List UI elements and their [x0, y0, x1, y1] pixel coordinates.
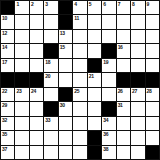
- white-cell-r10c1[interactable]: [15, 146, 28, 159]
- white-cell-r0c2[interactable]: 2: [30, 1, 43, 14]
- clue-number: 28: [147, 88, 152, 94]
- white-cell-r8c0[interactable]: 32: [1, 117, 14, 130]
- clue-number: 21: [89, 73, 94, 79]
- white-cell-r6c3[interactable]: [44, 88, 57, 101]
- white-cell-r3c10[interactable]: [146, 44, 159, 57]
- white-cell-r2c7[interactable]: [102, 30, 115, 43]
- black-cell-r5c9: [131, 73, 144, 86]
- white-cell-r9c7[interactable]: 36: [102, 131, 115, 144]
- white-cell-r2c2[interactable]: [30, 30, 43, 43]
- white-cell-r8c3[interactable]: 33: [44, 117, 57, 130]
- white-cell-r7c6[interactable]: [88, 102, 101, 115]
- clue-number: 2: [31, 1, 33, 7]
- clue-number: 27: [132, 88, 137, 94]
- clue-number: 8: [132, 1, 134, 7]
- clue-number: 18: [45, 59, 50, 65]
- black-cell-r9c6: [88, 131, 101, 144]
- white-cell-r2c1[interactable]: [15, 30, 28, 43]
- clue-number: 35: [2, 131, 7, 137]
- clue-number: 9: [147, 1, 149, 7]
- clue-number: 19: [103, 59, 108, 65]
- white-cell-r2c0[interactable]: 12: [1, 30, 14, 43]
- white-cell-r1c9[interactable]: [131, 15, 144, 28]
- white-cell-r2c3[interactable]: [44, 30, 57, 43]
- black-cell-r4c6: [88, 59, 101, 72]
- clue-number: 25: [74, 88, 79, 94]
- white-cell-r4c8[interactable]: [117, 59, 130, 72]
- white-cell-r4c9[interactable]: [131, 59, 144, 72]
- white-cell-r6c1[interactable]: 23: [15, 88, 28, 101]
- white-cell-r9c1[interactable]: [15, 131, 28, 144]
- white-cell-r2c10[interactable]: [146, 30, 159, 43]
- black-cell-r7c7: [102, 102, 115, 115]
- white-cell-r6c5[interactable]: 25: [73, 88, 86, 101]
- white-cell-r6c10[interactable]: 28: [146, 88, 159, 101]
- white-cell-r2c6[interactable]: [88, 30, 101, 43]
- white-cell-r10c7[interactable]: 38: [102, 146, 115, 159]
- white-cell-r0c5[interactable]: 4: [73, 1, 86, 14]
- white-cell-r10c0[interactable]: 37: [1, 146, 14, 159]
- clue-number: 6: [103, 1, 105, 7]
- black-cell-r3c7: [102, 44, 115, 57]
- clue-number: 22: [2, 88, 7, 94]
- black-cell-r3c3: [44, 44, 57, 57]
- white-cell-r0c9[interactable]: 8: [131, 1, 144, 14]
- white-cell-r10c9[interactable]: [131, 146, 144, 159]
- white-cell-r2c4[interactable]: 13: [59, 30, 72, 43]
- white-cell-r6c2[interactable]: 24: [30, 88, 43, 101]
- black-cell-r0c0: [1, 1, 14, 14]
- clue-number: 12: [2, 30, 7, 36]
- white-cell-r10c5[interactable]: [73, 146, 86, 159]
- clue-number: 30: [60, 102, 65, 108]
- white-cell-r9c9[interactable]: [131, 131, 144, 144]
- white-cell-r3c1[interactable]: [15, 44, 28, 57]
- white-cell-r5c6[interactable]: 21: [88, 73, 101, 86]
- white-cell-r3c6[interactable]: [88, 44, 101, 57]
- white-cell-r1c3[interactable]: [44, 15, 57, 28]
- white-cell-r7c1[interactable]: [15, 102, 28, 115]
- white-cell-r9c4[interactable]: [59, 131, 72, 144]
- white-cell-r5c5[interactable]: [73, 73, 86, 86]
- white-cell-r0c3[interactable]: 3: [44, 1, 57, 14]
- clue-number: 36: [103, 131, 108, 137]
- clue-number: 20: [45, 73, 50, 79]
- white-cell-r7c5[interactable]: [73, 102, 86, 115]
- white-cell-r1c1[interactable]: [15, 15, 28, 28]
- clue-number: 10: [2, 15, 7, 21]
- white-cell-r2c9[interactable]: [131, 30, 144, 43]
- white-cell-r9c10[interactable]: [146, 131, 159, 144]
- clue-number: 31: [118, 102, 123, 108]
- clue-number: 16: [118, 44, 123, 50]
- white-cell-r6c6[interactable]: [88, 88, 101, 101]
- white-cell-r8c7[interactable]: 34: [102, 117, 115, 130]
- crossword-grid: 1234567891011121314151617181920212223242…: [0, 0, 160, 160]
- clue-number: 38: [103, 146, 108, 152]
- white-cell-r2c5[interactable]: [73, 30, 86, 43]
- black-cell-r5c8: [117, 73, 130, 86]
- white-cell-r10c3[interactable]: [44, 146, 57, 159]
- white-cell-r0c10[interactable]: 9: [146, 1, 159, 14]
- clue-number: 23: [16, 88, 21, 94]
- clue-number: 32: [2, 117, 7, 123]
- white-cell-r4c4[interactable]: [59, 59, 72, 72]
- white-cell-r10c2[interactable]: [30, 146, 43, 159]
- white-cell-r5c3[interactable]: 20: [44, 73, 57, 86]
- white-cell-r1c10[interactable]: [146, 15, 159, 28]
- clue-number: 29: [2, 102, 7, 108]
- clue-number: 11: [74, 15, 79, 21]
- white-cell-r7c2[interactable]: [30, 102, 43, 115]
- white-cell-r6c0[interactable]: 22: [1, 88, 14, 101]
- clue-number: 26: [118, 88, 123, 94]
- white-cell-r3c9[interactable]: [131, 44, 144, 57]
- white-cell-r1c8[interactable]: [117, 15, 130, 28]
- clue-number: 34: [103, 117, 108, 123]
- black-cell-r10c10: [146, 146, 159, 159]
- white-cell-r4c10[interactable]: [146, 59, 159, 72]
- white-cell-r1c6[interactable]: [88, 15, 101, 28]
- white-cell-r7c8[interactable]: 31: [117, 102, 130, 115]
- white-cell-r3c4[interactable]: 15: [59, 44, 72, 57]
- clue-number: 1: [16, 1, 18, 7]
- clue-number: 24: [31, 88, 36, 94]
- black-cell-r6c4: [59, 88, 72, 101]
- white-cell-r0c1[interactable]: 1: [15, 1, 28, 14]
- white-cell-r7c9[interactable]: [131, 102, 144, 115]
- white-cell-r8c5[interactable]: [73, 117, 86, 130]
- white-cell-r8c1[interactable]: [15, 117, 28, 130]
- black-cell-r5c2: [30, 73, 43, 86]
- white-cell-r6c7[interactable]: [102, 88, 115, 101]
- white-cell-r8c10[interactable]: [146, 117, 159, 130]
- white-cell-r9c0[interactable]: 35: [1, 131, 14, 144]
- white-cell-r8c9[interactable]: [131, 117, 144, 130]
- white-cell-r8c8[interactable]: [117, 117, 130, 130]
- white-cell-r10c4[interactable]: [59, 146, 72, 159]
- white-cell-r4c1[interactable]: [15, 59, 28, 72]
- white-cell-r4c7[interactable]: 19: [102, 59, 115, 72]
- white-cell-r3c8[interactable]: 16: [117, 44, 130, 57]
- white-cell-r8c4[interactable]: [59, 117, 72, 130]
- white-cell-r9c2[interactable]: [30, 131, 43, 144]
- white-cell-r1c2[interactable]: [30, 15, 43, 28]
- white-cell-r0c8[interactable]: 7: [117, 1, 130, 14]
- clue-number: 7: [118, 1, 120, 7]
- white-cell-r3c0[interactable]: 14: [1, 44, 14, 57]
- white-cell-r1c0[interactable]: 10: [1, 15, 14, 28]
- white-cell-r9c3[interactable]: [44, 131, 57, 144]
- clue-number: 4: [74, 1, 76, 7]
- clue-number: 5: [89, 1, 91, 7]
- black-cell-r5c1: [15, 73, 28, 86]
- white-cell-r6c8[interactable]: 26: [117, 88, 130, 101]
- clue-number: 33: [45, 117, 50, 123]
- white-cell-r3c2[interactable]: [30, 44, 43, 57]
- white-cell-r4c2[interactable]: [30, 59, 43, 72]
- clue-number: 13: [60, 30, 65, 36]
- white-cell-r0c6[interactable]: 5: [88, 1, 101, 14]
- clue-number: 17: [2, 59, 7, 65]
- white-cell-r4c0[interactable]: 17: [1, 59, 14, 72]
- white-cell-r7c4[interactable]: 30: [59, 102, 72, 115]
- clue-number: 14: [2, 44, 7, 50]
- white-cell-r9c8[interactable]: [117, 131, 130, 144]
- black-cell-r5c0: [1, 73, 14, 86]
- white-cell-r4c5[interactable]: [73, 59, 86, 72]
- white-cell-r1c7[interactable]: [102, 15, 115, 28]
- white-cell-r7c10[interactable]: [146, 102, 159, 115]
- white-cell-r5c7[interactable]: [102, 73, 115, 86]
- white-cell-r0c7[interactable]: 6: [102, 1, 115, 14]
- clue-number: 15: [60, 44, 65, 50]
- clue-number: 3: [45, 1, 47, 7]
- white-cell-r8c2[interactable]: [30, 117, 43, 130]
- black-cell-r7c3: [44, 102, 57, 115]
- white-cell-r6c9[interactable]: 27: [131, 88, 144, 101]
- clue-number: 37: [2, 146, 7, 152]
- white-cell-r3c5[interactable]: [73, 44, 86, 57]
- white-cell-r2c8[interactable]: [117, 30, 130, 43]
- white-cell-r9c5[interactable]: [73, 131, 86, 144]
- white-cell-r7c0[interactable]: 29: [1, 102, 14, 115]
- black-cell-r1c4: [59, 15, 72, 28]
- white-cell-r4c3[interactable]: 18: [44, 59, 57, 72]
- white-cell-r5c4[interactable]: [59, 73, 72, 86]
- white-cell-r1c5[interactable]: 11: [73, 15, 86, 28]
- black-cell-r5c10: [146, 73, 159, 86]
- white-cell-r8c6[interactable]: [88, 117, 101, 130]
- black-cell-r10c6: [88, 146, 101, 159]
- black-cell-r0c4: [59, 1, 72, 14]
- white-cell-r10c8[interactable]: [117, 146, 130, 159]
